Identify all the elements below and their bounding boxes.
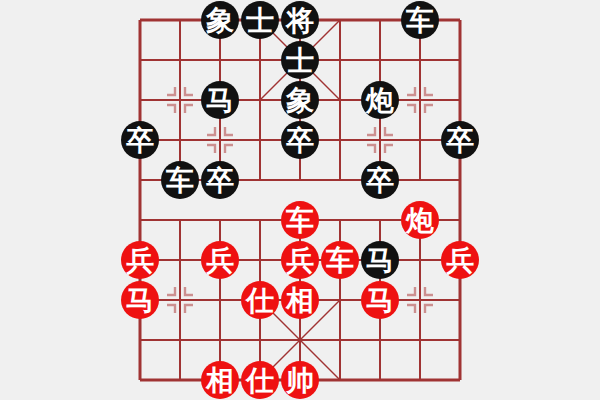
piece-glyph: 士: [246, 7, 274, 35]
piece-black-pawn[interactable]: 卒: [201, 161, 239, 199]
piece-red-advisor[interactable]: 仕: [241, 281, 279, 319]
piece-black-pawn[interactable]: 卒: [121, 121, 159, 159]
piece-black-general[interactable]: 将: [281, 1, 319, 39]
piece-glyph: 马: [366, 287, 394, 315]
piece-red-cannon[interactable]: 炮: [401, 201, 439, 239]
piece-black-advisor[interactable]: 士: [281, 41, 319, 79]
piece-glyph: 马: [366, 247, 394, 275]
piece-glyph: 车: [166, 167, 194, 195]
piece-red-elephant[interactable]: 相: [201, 361, 239, 399]
piece-black-advisor[interactable]: 士: [241, 1, 279, 39]
piece-glyph: 马: [126, 287, 154, 315]
piece-black-horse[interactable]: 马: [361, 241, 399, 279]
piece-glyph: 兵: [446, 247, 474, 275]
piece-glyph: 车: [286, 207, 314, 235]
piece-red-pawn[interactable]: 兵: [121, 241, 159, 279]
piece-glyph: 车: [406, 7, 434, 35]
piece-red-pawn[interactable]: 兵: [201, 241, 239, 279]
piece-red-pawn[interactable]: 兵: [441, 241, 479, 279]
piece-glyph: 马: [206, 87, 234, 115]
piece-red-horse[interactable]: 马: [121, 281, 159, 319]
piece-glyph: 将: [286, 7, 314, 35]
piece-glyph: 兵: [206, 247, 234, 275]
piece-glyph: 车: [326, 247, 354, 275]
piece-glyph: 仕: [246, 287, 274, 315]
piece-red-pawn[interactable]: 兵: [281, 241, 319, 279]
piece-black-pawn[interactable]: 卒: [281, 121, 319, 159]
piece-glyph: 卒: [286, 127, 314, 155]
piece-red-general[interactable]: 帅: [281, 361, 319, 399]
piece-glyph: 卒: [206, 167, 234, 195]
piece-red-chariot[interactable]: 车: [281, 201, 319, 239]
piece-glyph: 卒: [366, 167, 394, 195]
xiangqi-board[interactable]: 象士将车士马象炮卒卒卒车卒卒车炮兵兵兵车马兵马仕相马相仕帅: [120, 0, 480, 400]
piece-black-elephant[interactable]: 象: [281, 81, 319, 119]
piece-red-horse[interactable]: 马: [361, 281, 399, 319]
piece-black-chariot[interactable]: 车: [161, 161, 199, 199]
piece-glyph: 兵: [126, 247, 154, 275]
piece-glyph: 仕: [246, 367, 274, 395]
piece-glyph: 象: [206, 7, 234, 35]
board-pieces-layer: 象士将车士马象炮卒卒卒车卒卒车炮兵兵兵车马兵马仕相马相仕帅: [120, 0, 480, 400]
piece-glyph: 卒: [126, 127, 154, 155]
piece-glyph: 士: [286, 47, 314, 75]
piece-black-horse[interactable]: 马: [201, 81, 239, 119]
piece-glyph: 相: [206, 367, 234, 395]
piece-glyph: 卒: [446, 127, 474, 155]
piece-red-chariot[interactable]: 车: [321, 241, 359, 279]
piece-black-elephant[interactable]: 象: [201, 1, 239, 39]
piece-black-pawn[interactable]: 卒: [441, 121, 479, 159]
piece-red-advisor[interactable]: 仕: [241, 361, 279, 399]
piece-glyph: 相: [286, 287, 314, 315]
piece-glyph: 象: [286, 87, 314, 115]
piece-black-cannon[interactable]: 炮: [361, 81, 399, 119]
piece-glyph: 帅: [286, 367, 314, 395]
piece-glyph: 兵: [286, 247, 314, 275]
piece-black-chariot[interactable]: 车: [401, 1, 439, 39]
piece-glyph: 炮: [406, 207, 434, 235]
piece-red-elephant[interactable]: 相: [281, 281, 319, 319]
piece-black-pawn[interactable]: 卒: [361, 161, 399, 199]
xiangqi-app: 象士将车士马象炮卒卒卒车卒卒车炮兵兵兵车马兵马仕相马相仕帅: [0, 0, 600, 400]
piece-glyph: 炮: [366, 87, 394, 115]
